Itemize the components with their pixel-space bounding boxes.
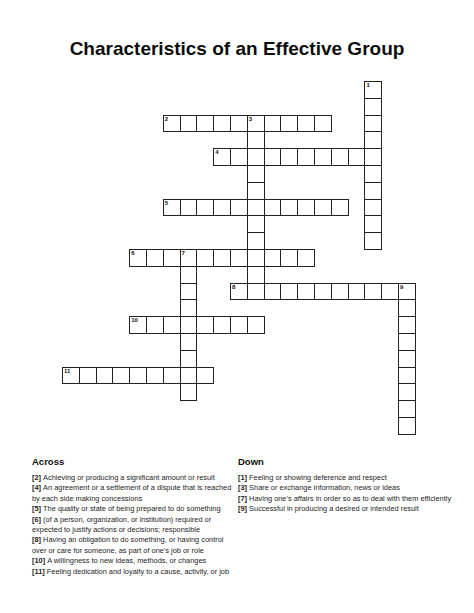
grid-cell[interactable] — [398, 333, 416, 351]
grid-cell[interactable] — [280, 115, 298, 133]
grid-cell[interactable] — [247, 131, 265, 149]
clue-item-3-down: [3] Share or exchange information, news … — [238, 483, 452, 493]
grid-cell[interactable] — [230, 115, 248, 133]
down-header: Down — [238, 456, 452, 467]
clue-item-2-across: [2] Achieving or producing a significant… — [32, 473, 234, 483]
grid-cell[interactable] — [280, 199, 298, 217]
grid-cell[interactable]: 10 — [129, 316, 147, 334]
grid-cell[interactable] — [247, 215, 265, 233]
grid-cell[interactable] — [264, 115, 282, 133]
grid-cell[interactable] — [297, 115, 315, 133]
grid-cell[interactable] — [146, 316, 164, 334]
page-title: Characteristics of an Effective Group — [0, 38, 474, 60]
grid-cell[interactable] — [314, 148, 332, 166]
grid-cell[interactable] — [247, 283, 265, 301]
grid-cell[interactable] — [331, 283, 349, 301]
grid-cell[interactable] — [247, 232, 265, 250]
grid-cell[interactable]: 2 — [163, 115, 181, 133]
grid-cell[interactable] — [398, 367, 416, 385]
clue-item-1-down: [1] Feeling or showing deference and res… — [238, 473, 452, 483]
grid-cell[interactable] — [196, 316, 214, 334]
grid-cell[interactable] — [180, 383, 198, 401]
cell-number: 4 — [215, 149, 218, 155]
grid-cell[interactable] — [280, 148, 298, 166]
grid-cell[interactable] — [129, 367, 147, 385]
grid-cell[interactable] — [364, 232, 382, 250]
grid-cell[interactable] — [79, 367, 97, 385]
grid-cell[interactable] — [331, 199, 349, 217]
grid-cell[interactable] — [163, 367, 181, 385]
grid-cell[interactable] — [364, 165, 382, 183]
grid-cell[interactable] — [180, 367, 198, 385]
grid-cell[interactable]: 6 — [129, 249, 147, 267]
grid-cell[interactable] — [297, 148, 315, 166]
grid-cell[interactable] — [96, 367, 114, 385]
grid-cell[interactable] — [264, 283, 282, 301]
grid-cell[interactable]: 4 — [213, 148, 231, 166]
cell-number: 5 — [165, 200, 168, 206]
grid-cell[interactable] — [180, 283, 198, 301]
grid-cell[interactable] — [398, 350, 416, 368]
cell-number: 8 — [232, 284, 235, 290]
clues-section: Across [2] Achieving or producing a sign… — [32, 456, 452, 577]
grid-cell[interactable] — [364, 131, 382, 149]
grid-cell[interactable] — [180, 350, 198, 368]
grid-cell[interactable]: 3 — [247, 115, 265, 133]
grid-cell[interactable]: 7 — [180, 249, 198, 267]
clue-item-4-across: [4] An agreement or a settlement of a di… — [32, 483, 234, 504]
grid-cell[interactable] — [213, 115, 231, 133]
clue-item-7-down: [7] Having one's affairs in order so as … — [238, 494, 452, 504]
grid-cell[interactable] — [230, 316, 248, 334]
grid-cell[interactable] — [364, 98, 382, 116]
clue-item-5-across: [5] The quality or state of being prepar… — [32, 504, 234, 514]
cell-number: 3 — [249, 116, 252, 122]
grid-cell[interactable] — [398, 316, 416, 334]
grid-cell[interactable] — [247, 165, 265, 183]
clue-item-6-across: [6] (of a person, organization, or insti… — [32, 515, 234, 536]
grid-cell[interactable] — [364, 215, 382, 233]
grid-cell[interactable] — [180, 299, 198, 317]
grid-cell[interactable] — [297, 199, 315, 217]
clue-item-10-across: [10] A willingness to new ideas, methods… — [32, 556, 234, 566]
grid-cell[interactable] — [280, 283, 298, 301]
grid-cell[interactable] — [264, 148, 282, 166]
grid-cell[interactable] — [364, 148, 382, 166]
grid-cell[interactable] — [331, 148, 349, 166]
grid-cell[interactable] — [247, 316, 265, 334]
grid-cell[interactable]: 1 — [364, 81, 382, 99]
grid-cell[interactable] — [247, 266, 265, 284]
worksheet-page: Characteristics of an Effective Group 23… — [0, 0, 474, 613]
grid-cell[interactable] — [364, 115, 382, 133]
grid-cell[interactable] — [230, 249, 248, 267]
grid-cell[interactable] — [398, 400, 416, 418]
grid-cell[interactable] — [348, 283, 366, 301]
grid-cell[interactable] — [348, 148, 366, 166]
grid-cell[interactable] — [280, 249, 298, 267]
grid-cell[interactable] — [180, 199, 198, 217]
grid-cell[interactable] — [180, 333, 198, 351]
grid-cell[interactable]: 8 — [230, 283, 248, 301]
grid-cell[interactable] — [314, 115, 332, 133]
grid-cell[interactable] — [247, 249, 265, 267]
cell-number: 6 — [131, 250, 134, 256]
grid-cell[interactable] — [314, 199, 332, 217]
cell-number: 2 — [165, 116, 168, 122]
grid-cell[interactable] — [163, 316, 181, 334]
grid-cell[interactable] — [381, 283, 399, 301]
across-clue-list: [2] Achieving or producing a significant… — [32, 473, 234, 577]
clue-item-9-down: [9] Successful in producing a desired or… — [238, 504, 452, 514]
grid-cell[interactable] — [398, 383, 416, 401]
across-header: Across — [32, 456, 234, 467]
cell-number: 7 — [182, 250, 185, 256]
grid-cell[interactable] — [213, 249, 231, 267]
clue-item-11-across: [11] Feeling dedication and loyalty to a… — [32, 567, 234, 577]
down-clue-list: [1] Feeling or showing deference and res… — [238, 473, 452, 515]
grid-cell[interactable] — [297, 249, 315, 267]
grid-cell[interactable] — [146, 249, 164, 267]
grid-cell[interactable] — [247, 199, 265, 217]
grid-cell[interactable] — [146, 367, 164, 385]
grid-cell[interactable] — [196, 115, 214, 133]
grid-cell[interactable] — [180, 115, 198, 133]
grid-cell[interactable] — [264, 249, 282, 267]
grid-cell[interactable]: 5 — [163, 199, 181, 217]
grid-cell[interactable] — [364, 283, 382, 301]
grid-cell[interactable] — [180, 316, 198, 334]
grid-cell[interactable] — [398, 417, 416, 435]
grid-cell[interactable] — [196, 199, 214, 217]
cell-number: 1 — [366, 82, 369, 88]
grid-cell[interactable] — [297, 283, 315, 301]
grid-cell[interactable] — [213, 199, 231, 217]
grid-cell[interactable] — [196, 367, 214, 385]
across-clues-column: Across [2] Achieving or producing a sign… — [32, 456, 238, 577]
grid-cell[interactable]: 11 — [62, 367, 80, 385]
clue-item-8-across: [8] Having an obligation to do something… — [32, 535, 234, 556]
grid-cell[interactable] — [314, 283, 332, 301]
grid-cell[interactable] — [112, 367, 130, 385]
crossword-grid: 2345678910111 — [62, 81, 417, 436]
grid-cell[interactable] — [364, 199, 382, 217]
grid-cell[interactable] — [398, 299, 416, 317]
grid-cell[interactable] — [196, 249, 214, 267]
cell-number: 11 — [64, 368, 70, 374]
cell-number: 10 — [131, 317, 138, 323]
grid-cell[interactable] — [364, 182, 382, 200]
grid-cell[interactable] — [230, 199, 248, 217]
grid-cell[interactable] — [264, 199, 282, 217]
grid-cell[interactable] — [180, 266, 198, 284]
grid-cell[interactable]: 9 — [398, 283, 416, 301]
grid-cell[interactable] — [230, 148, 248, 166]
grid-cell[interactable] — [213, 316, 231, 334]
grid-cell[interactable] — [247, 148, 265, 166]
grid-cell[interactable] — [163, 249, 181, 267]
grid-cell[interactable] — [247, 182, 265, 200]
cell-number: 9 — [400, 284, 403, 290]
down-clues-column: Down [1] Feeling or showing deference an… — [238, 456, 452, 577]
